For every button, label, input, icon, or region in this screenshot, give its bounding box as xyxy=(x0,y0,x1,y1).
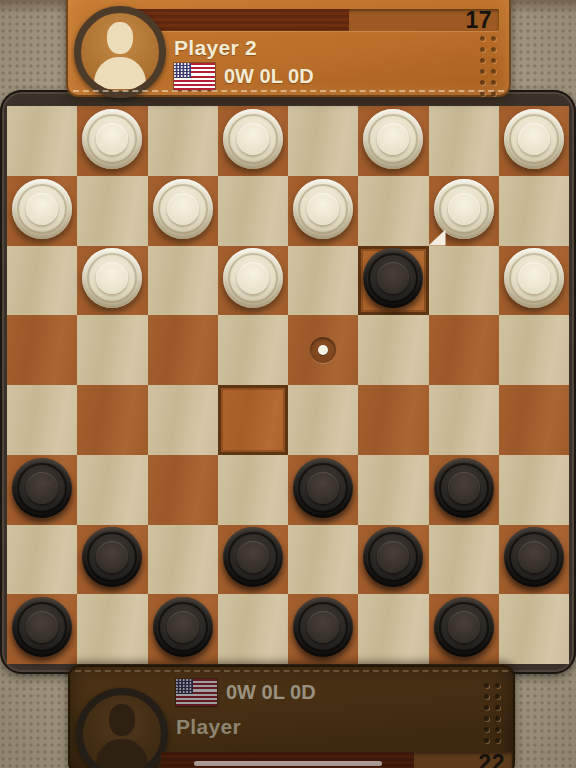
checkers-board xyxy=(0,90,576,674)
board-square-r3c3[interactable] xyxy=(148,246,218,316)
checker-piece-black[interactable] xyxy=(12,597,72,657)
board-square-r8c4[interactable] xyxy=(218,594,288,664)
checker-piece-black[interactable] xyxy=(363,527,423,587)
board-square-r1c7[interactable] xyxy=(429,106,499,176)
board-square-r5c7[interactable] xyxy=(429,385,499,455)
avatar-person-icon xyxy=(109,704,136,736)
board-square-r5c3[interactable] xyxy=(148,385,218,455)
us-flag-icon xyxy=(174,63,215,90)
board-square-r1c1[interactable] xyxy=(7,106,77,176)
top-player-avatar xyxy=(74,6,166,98)
checker-piece-white[interactable] xyxy=(504,109,564,169)
top-player-panel: 17 Player 2 0W 0L 0D xyxy=(66,0,511,97)
board-square-r7c4[interactable] xyxy=(218,525,288,595)
board-square-r2c5[interactable] xyxy=(288,176,358,246)
board-square-r6c4[interactable] xyxy=(218,455,288,525)
board-square-r1c8[interactable] xyxy=(499,106,569,176)
board-square-r4c6[interactable] xyxy=(358,315,428,385)
board-square-r3c7[interactable] xyxy=(429,246,499,316)
board-square-r2c8[interactable] xyxy=(499,176,569,246)
top-timer-bar: 17 xyxy=(132,9,499,31)
bottom-player-avatar xyxy=(76,688,168,768)
board-square-r3c2[interactable] xyxy=(77,246,147,316)
home-indicator[interactable] xyxy=(194,761,382,766)
bottom-player-record: 0W 0L 0D xyxy=(226,681,316,704)
board-square-r6c7[interactable] xyxy=(429,455,499,525)
board-square-r5c2[interactable] xyxy=(77,385,147,455)
checker-piece-white[interactable] xyxy=(153,179,213,239)
board-square-r2c4[interactable] xyxy=(218,176,288,246)
board-square-r8c3[interactable] xyxy=(148,594,218,664)
board-square-r5c6[interactable] xyxy=(358,385,428,455)
checker-piece-white[interactable] xyxy=(434,179,494,239)
app-screen: 17 Player 2 0W 0L 0D 0W 0L 0D Player xyxy=(0,0,576,768)
checker-piece-white[interactable] xyxy=(223,109,283,169)
us-flag-icon xyxy=(176,679,217,706)
board-square-r1c5[interactable] xyxy=(288,106,358,176)
board-square-r6c3[interactable] xyxy=(148,455,218,525)
board-square-r7c5[interactable] xyxy=(288,525,358,595)
avatar-person-icon xyxy=(107,22,134,54)
board-square-r1c4[interactable] xyxy=(218,106,288,176)
checker-piece-black[interactable] xyxy=(504,527,564,587)
board-grid xyxy=(7,106,569,664)
board-square-r5c4[interactable] xyxy=(218,385,288,455)
top-timer-value: 17 xyxy=(465,9,492,31)
top-player-name: Player 2 xyxy=(174,36,257,60)
board-square-r5c1[interactable] xyxy=(7,385,77,455)
board-square-r3c5[interactable] xyxy=(288,246,358,316)
board-square-r7c7[interactable] xyxy=(429,525,499,595)
bottom-player-name: Player xyxy=(176,715,241,739)
board-square-r4c3[interactable] xyxy=(148,315,218,385)
board-square-r4c2[interactable] xyxy=(77,315,147,385)
board-square-r1c6[interactable] xyxy=(358,106,428,176)
board-square-r6c5[interactable] xyxy=(288,455,358,525)
board-square-r5c8[interactable] xyxy=(499,385,569,455)
board-square-r3c8[interactable] xyxy=(499,246,569,316)
board-square-r2c6[interactable] xyxy=(358,176,428,246)
board-square-r8c1[interactable] xyxy=(7,594,77,664)
board-square-r3c6[interactable] xyxy=(358,246,428,316)
board-square-r2c1[interactable] xyxy=(7,176,77,246)
capture-wedge-icon xyxy=(429,230,446,246)
board-square-r7c6[interactable] xyxy=(358,525,428,595)
checker-piece-white[interactable] xyxy=(12,179,72,239)
board-square-r1c2[interactable] xyxy=(77,106,147,176)
rivet-dots xyxy=(480,36,498,98)
board-square-r4c4[interactable] xyxy=(218,315,288,385)
board-square-r3c1[interactable] xyxy=(7,246,77,316)
checker-piece-black[interactable] xyxy=(293,597,353,657)
avatar-person-icon xyxy=(94,57,145,90)
board-square-r8c6[interactable] xyxy=(358,594,428,664)
checker-piece-white[interactable] xyxy=(293,179,353,239)
board-square-r6c8[interactable] xyxy=(499,455,569,525)
move-dot-marker[interactable] xyxy=(310,337,336,363)
checker-piece-white[interactable] xyxy=(82,248,142,308)
top-timer-fill xyxy=(132,9,349,31)
board-square-r2c2[interactable] xyxy=(77,176,147,246)
board-square-r7c2[interactable] xyxy=(77,525,147,595)
board-square-r4c8[interactable] xyxy=(499,315,569,385)
board-square-r6c6[interactable] xyxy=(358,455,428,525)
bottom-player-panel: 0W 0L 0D Player 22 xyxy=(68,665,515,768)
board-square-r5c5[interactable] xyxy=(288,385,358,455)
checker-piece-black[interactable] xyxy=(434,597,494,657)
board-square-r7c3[interactable] xyxy=(148,525,218,595)
bottom-player-record-row: 0W 0L 0D xyxy=(176,679,316,706)
board-square-r4c1[interactable] xyxy=(7,315,77,385)
checker-piece-white[interactable] xyxy=(82,109,142,169)
board-square-r6c1[interactable] xyxy=(7,455,77,525)
checker-piece-black[interactable] xyxy=(12,458,72,518)
board-square-r8c2[interactable] xyxy=(77,594,147,664)
board-square-r6c2[interactable] xyxy=(77,455,147,525)
board-square-r8c7[interactable] xyxy=(429,594,499,664)
board-square-r1c3[interactable] xyxy=(148,106,218,176)
checker-piece-black[interactable] xyxy=(153,597,213,657)
board-square-r2c3[interactable] xyxy=(148,176,218,246)
board-square-r7c1[interactable] xyxy=(7,525,77,595)
checker-piece-black[interactable] xyxy=(363,248,423,308)
board-square-r4c5[interactable] xyxy=(288,315,358,385)
top-player-record: 0W 0L 0D xyxy=(224,65,314,88)
board-square-r8c8[interactable] xyxy=(499,594,569,664)
checker-piece-white[interactable] xyxy=(363,109,423,169)
checker-piece-black[interactable] xyxy=(434,458,494,518)
board-square-r7c8[interactable] xyxy=(499,525,569,595)
avatar-person-icon xyxy=(96,739,147,768)
board-square-r2c7[interactable] xyxy=(429,176,499,246)
checker-piece-black[interactable] xyxy=(82,527,142,587)
board-square-r4c7[interactable] xyxy=(429,315,499,385)
top-player-record-row: 0W 0L 0D xyxy=(174,63,314,90)
stitch-line xyxy=(75,670,508,672)
checker-piece-white[interactable] xyxy=(223,248,283,308)
rivet-dots xyxy=(484,683,502,745)
checker-piece-black[interactable] xyxy=(223,527,283,587)
bottom-timer-value: 22 xyxy=(478,752,505,768)
checker-piece-white[interactable] xyxy=(504,248,564,308)
board-square-r8c5[interactable] xyxy=(288,594,358,664)
checker-piece-black[interactable] xyxy=(293,458,353,518)
board-square-r3c4[interactable] xyxy=(218,246,288,316)
